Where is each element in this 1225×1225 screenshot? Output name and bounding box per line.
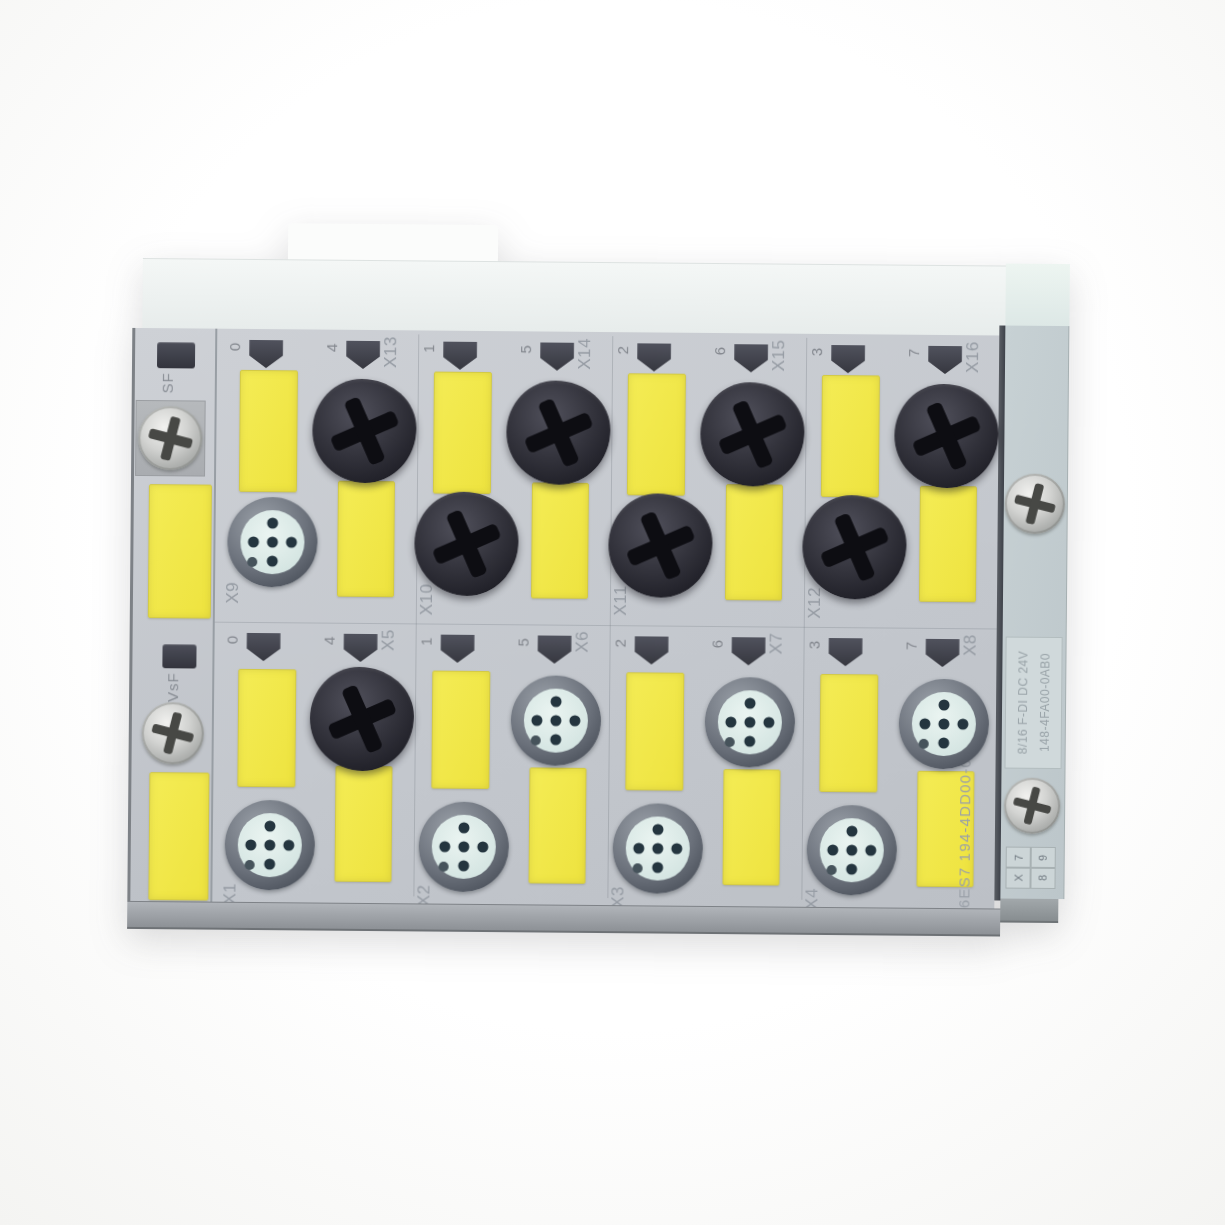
label-slot	[334, 766, 392, 882]
socket-insert	[820, 818, 885, 883]
channel-number: 1	[420, 344, 437, 352]
sf-led-label: SF	[159, 372, 176, 393]
connector-group: 0 4 X13 X9	[222, 332, 419, 624]
label-slot	[337, 481, 395, 597]
protective-cap	[608, 493, 713, 598]
channel-led	[631, 636, 671, 664]
m12-connector-x11	[608, 493, 713, 598]
channel-led	[537, 342, 577, 370]
channel-number: 5	[515, 638, 532, 646]
m12-connector-x9	[220, 490, 325, 595]
channel-number: 2	[614, 346, 631, 354]
m12-connector-x13	[312, 378, 417, 483]
protective-cap	[414, 491, 519, 596]
socket-insert	[718, 690, 783, 755]
m12-connector-x16	[894, 384, 999, 489]
m12-connector-x2	[411, 794, 516, 899]
slot-reference-table: X 7 8 9	[1005, 847, 1055, 889]
connector-group: 2 6 X7 X3	[607, 628, 804, 920]
m12-socket	[612, 803, 703, 894]
connector-label: X6	[573, 631, 593, 653]
channel-number: 3	[808, 348, 825, 356]
label-slot	[821, 375, 880, 498]
socket-insert	[524, 688, 589, 753]
protective-cap	[700, 382, 805, 487]
housing-top-tab	[288, 223, 498, 262]
label-slot	[431, 671, 490, 790]
label-slot	[237, 669, 296, 788]
label-slot	[239, 370, 298, 493]
sf-led	[157, 342, 195, 368]
channel-number: 7	[905, 349, 922, 357]
m12-socket	[224, 800, 315, 891]
connector-label: X16	[963, 341, 983, 373]
channel-led	[731, 344, 771, 372]
fixing-screw	[142, 702, 205, 765]
label-slot	[433, 372, 492, 495]
connector-label: X8	[960, 634, 980, 656]
channel-number: 0	[226, 343, 243, 351]
status-column: SF VsF	[127, 328, 217, 902]
m12-connector-x15	[700, 382, 805, 487]
channel-led	[825, 638, 865, 666]
channel-led	[440, 342, 480, 370]
connector-label: X7	[766, 632, 786, 654]
channel-number: 3	[806, 641, 823, 649]
vsf-led-label: VsF	[164, 672, 181, 702]
channel-led	[828, 345, 868, 373]
slot-table-cell: X	[1006, 868, 1030, 888]
socket-insert	[912, 692, 977, 757]
channel-number: 1	[418, 637, 435, 645]
socket-insert	[432, 815, 497, 880]
m12-socket	[899, 679, 990, 770]
channel-number: 0	[224, 636, 241, 644]
m12-socket	[511, 675, 602, 766]
channel-led	[437, 635, 477, 663]
channel-led	[634, 343, 674, 371]
channel-led	[243, 633, 283, 661]
connector-group: 2 6 X15 X11	[610, 335, 807, 627]
channel-number: 4	[321, 637, 338, 645]
label-slot	[148, 484, 212, 619]
protective-cap	[802, 495, 907, 600]
label-slot	[725, 484, 783, 600]
slot-table-cell: 7	[1007, 848, 1031, 868]
m12-connector-x14	[506, 380, 611, 485]
m12-connector-x12	[802, 495, 907, 600]
m12-socket	[705, 677, 796, 768]
m12-connector-x4	[799, 798, 904, 903]
label-slot	[722, 769, 780, 885]
vsf-led	[162, 644, 196, 668]
label-slot	[625, 672, 684, 791]
connector-label: X14	[575, 338, 595, 370]
socket-insert	[238, 813, 303, 878]
fixing-screw	[1004, 778, 1060, 834]
channel-number: 6	[711, 347, 728, 355]
side-panel-top	[1005, 264, 1070, 327]
m12-connector-x10	[414, 491, 519, 596]
m12-socket	[227, 497, 318, 588]
connector-group: 0 4 X5 X1	[219, 625, 416, 917]
m12-connector-x3	[605, 796, 710, 901]
m12-socket	[418, 801, 509, 892]
channel-number: 5	[517, 345, 534, 353]
channel-number: 6	[709, 640, 726, 648]
m12-connector-x5	[309, 666, 414, 771]
module-order-number-text: 148-4FA00-0AB0	[1037, 653, 1052, 752]
connector-label: X13	[381, 336, 401, 368]
m12-connector-x6	[503, 668, 608, 773]
protective-cap	[506, 380, 611, 485]
module-type-text: 8/16 F-DI DC 24V	[1015, 651, 1030, 754]
slot-table-cell: 9	[1031, 848, 1055, 868]
io-connection-module: SF VsF 0 4 X13 X9 1 5	[127, 258, 1070, 934]
rating-plate: 8/16 F-DI DC 24V 148-4FA00-0AB0	[1005, 637, 1063, 769]
socket-insert	[240, 510, 305, 575]
socket-insert	[626, 816, 691, 881]
fixing-screw	[138, 406, 203, 471]
m12-connector-x8	[891, 672, 996, 777]
side-panel-foot	[1000, 899, 1058, 924]
connector-face: 0 4 X13 X9 1 5 X14 X10 2 6	[212, 329, 999, 909]
protective-cap	[309, 666, 414, 771]
channel-led	[922, 639, 962, 667]
channel-led	[925, 346, 965, 374]
label-slot	[819, 674, 878, 793]
channel-number: 4	[323, 344, 340, 352]
connector-label: X15	[769, 339, 789, 371]
connector-group: 1 5 X6 X2	[413, 626, 610, 918]
label-slot	[148, 772, 209, 901]
connector-group: 3 7 X16 X12	[804, 337, 1001, 629]
m12-connector-x7	[697, 670, 802, 775]
fixing-screw	[1005, 474, 1066, 535]
side-panel: 8/16 F-DI DC 24V 148-4FA00-0AB0 X 7 8 9	[1000, 326, 1069, 900]
m12-connector-x1	[217, 793, 322, 898]
channel-led	[340, 634, 380, 662]
channel-number: 7	[903, 642, 920, 650]
channel-led	[343, 341, 383, 369]
label-slot	[627, 373, 686, 496]
label-slot	[919, 486, 977, 602]
label-slot	[531, 482, 589, 598]
channel-led	[728, 637, 768, 665]
label-slot	[528, 767, 586, 883]
protective-cap	[312, 378, 417, 483]
slot-table-cell: 8	[1030, 868, 1054, 888]
protective-cap	[894, 384, 999, 489]
channel-led	[246, 340, 286, 368]
connector-group: 1 5 X14 X10	[416, 333, 613, 625]
housing-top-panel	[142, 258, 1006, 338]
connector-label: X5	[379, 629, 399, 651]
m12-socket	[806, 805, 897, 896]
channel-led	[534, 635, 574, 663]
channel-number: 2	[612, 639, 629, 647]
